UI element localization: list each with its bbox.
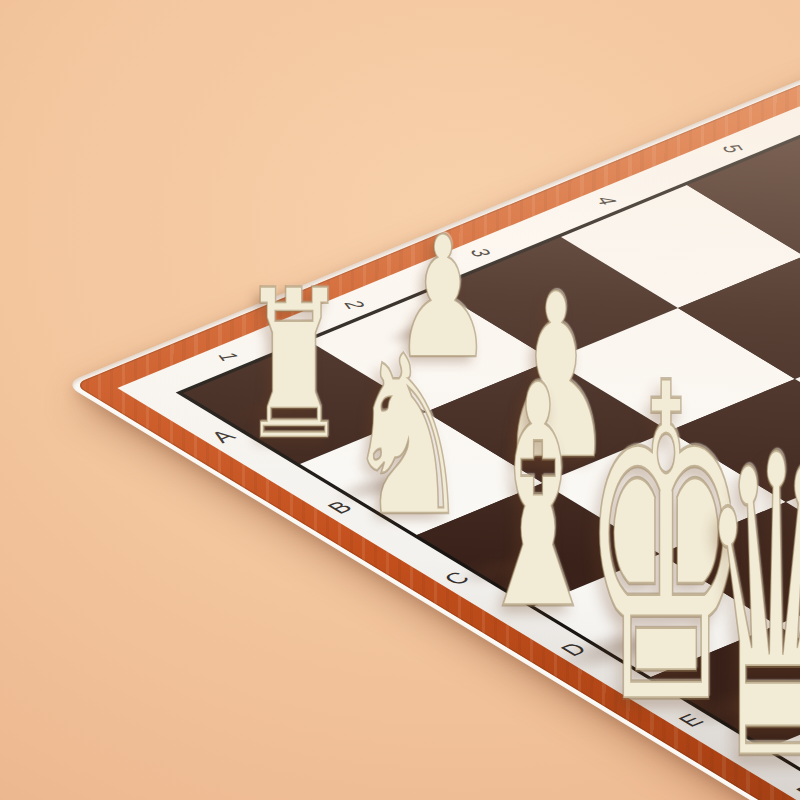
piece-white-queen-e1[interactable]: ♛ xyxy=(700,402,800,800)
knight-glyph: ♞ xyxy=(344,308,471,564)
queen-glyph: ♛ xyxy=(700,367,800,800)
photo-background: { "game": "chess", "scene": { "descripti… xyxy=(0,0,800,800)
piece-white-knight-b1[interactable]: ♞ xyxy=(344,327,471,547)
rook-glyph: ♜ xyxy=(240,246,348,485)
piece-white-rook-a1[interactable]: ♜ xyxy=(240,264,348,470)
